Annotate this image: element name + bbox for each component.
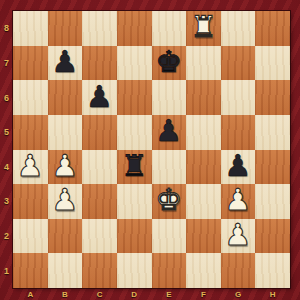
- black-pawn[interactable]: ♟: [225, 151, 252, 181]
- square-e2[interactable]: [152, 219, 187, 254]
- black-pawn[interactable]: ♟: [86, 82, 113, 112]
- rank-label-3: 3: [0, 184, 13, 219]
- square-d2[interactable]: [117, 219, 152, 254]
- square-h2[interactable]: [255, 219, 290, 254]
- square-g4[interactable]: ♟: [221, 150, 256, 185]
- rank-label-7: 7: [0, 46, 13, 81]
- square-e3[interactable]: ♚: [152, 184, 187, 219]
- white-pawn[interactable]: ♟: [51, 185, 78, 215]
- rank-label-2: 2: [0, 219, 13, 254]
- rank-label-6: 6: [0, 80, 13, 115]
- square-b4[interactable]: ♟: [48, 150, 83, 185]
- square-g7[interactable]: [221, 46, 256, 81]
- black-rook[interactable]: ♜: [121, 151, 148, 181]
- white-pawn[interactable]: ♟: [51, 151, 78, 181]
- square-b8[interactable]: [48, 11, 83, 46]
- square-d8[interactable]: [117, 11, 152, 46]
- square-d6[interactable]: [117, 80, 152, 115]
- square-c6[interactable]: ♟: [82, 80, 117, 115]
- square-h3[interactable]: [255, 184, 290, 219]
- square-d4[interactable]: ♜: [117, 150, 152, 185]
- square-a2[interactable]: [13, 219, 48, 254]
- file-label-d: D: [117, 288, 152, 300]
- square-g3[interactable]: ♟: [221, 184, 256, 219]
- square-g6[interactable]: [221, 80, 256, 115]
- square-g5[interactable]: [221, 115, 256, 150]
- white-king[interactable]: ♚: [155, 185, 182, 215]
- square-h8[interactable]: [255, 11, 290, 46]
- file-label-h: H: [255, 288, 290, 300]
- file-label-c: C: [82, 288, 117, 300]
- square-e5[interactable]: ♟: [152, 115, 187, 150]
- square-f7[interactable]: [186, 46, 221, 81]
- square-c4[interactable]: [82, 150, 117, 185]
- square-e8[interactable]: [152, 11, 187, 46]
- square-f6[interactable]: [186, 80, 221, 115]
- square-b1[interactable]: [48, 253, 83, 288]
- square-e7[interactable]: ♚: [152, 46, 187, 81]
- rank-label-4: 4: [0, 150, 13, 185]
- file-label-g: G: [221, 288, 256, 300]
- square-d7[interactable]: [117, 46, 152, 81]
- square-f5[interactable]: [186, 115, 221, 150]
- square-e4[interactable]: [152, 150, 187, 185]
- square-b3[interactable]: ♟: [48, 184, 83, 219]
- square-a7[interactable]: [13, 46, 48, 81]
- white-rook[interactable]: ♜: [190, 12, 217, 42]
- square-d5[interactable]: [117, 115, 152, 150]
- rank-label-1: 1: [0, 253, 13, 288]
- square-h1[interactable]: [255, 253, 290, 288]
- square-c8[interactable]: [82, 11, 117, 46]
- square-h4[interactable]: [255, 150, 290, 185]
- square-c1[interactable]: [82, 253, 117, 288]
- square-e1[interactable]: [152, 253, 187, 288]
- file-label-f: F: [186, 288, 221, 300]
- square-a3[interactable]: [13, 184, 48, 219]
- square-b6[interactable]: [48, 80, 83, 115]
- file-label-a: A: [13, 288, 48, 300]
- square-a8[interactable]: [13, 11, 48, 46]
- square-h6[interactable]: [255, 80, 290, 115]
- white-pawn[interactable]: ♟: [225, 220, 252, 250]
- square-f8[interactable]: ♜: [186, 11, 221, 46]
- square-b5[interactable]: [48, 115, 83, 150]
- chess-board-frame: ♜♟♚♟♟♟♟♜♟♟♚♟♟ 87654321 ABCDEFGH: [0, 0, 300, 300]
- square-c2[interactable]: [82, 219, 117, 254]
- square-f2[interactable]: [186, 219, 221, 254]
- black-pawn[interactable]: ♟: [155, 116, 182, 146]
- rank-label-5: 5: [0, 115, 13, 150]
- square-b7[interactable]: ♟: [48, 46, 83, 81]
- square-g2[interactable]: ♟: [221, 219, 256, 254]
- square-b2[interactable]: [48, 219, 83, 254]
- square-g8[interactable]: [221, 11, 256, 46]
- square-h7[interactable]: [255, 46, 290, 81]
- square-d3[interactable]: [117, 184, 152, 219]
- square-h5[interactable]: [255, 115, 290, 150]
- square-c7[interactable]: [82, 46, 117, 81]
- square-d1[interactable]: [117, 253, 152, 288]
- square-c3[interactable]: [82, 184, 117, 219]
- square-a4[interactable]: ♟: [13, 150, 48, 185]
- square-f4[interactable]: [186, 150, 221, 185]
- file-label-b: B: [48, 288, 83, 300]
- square-c5[interactable]: [82, 115, 117, 150]
- file-label-e: E: [152, 288, 187, 300]
- rank-label-8: 8: [0, 11, 13, 46]
- square-a1[interactable]: [13, 253, 48, 288]
- square-f3[interactable]: [186, 184, 221, 219]
- black-king[interactable]: ♚: [155, 47, 182, 77]
- square-g1[interactable]: [221, 253, 256, 288]
- square-a6[interactable]: [13, 80, 48, 115]
- white-pawn[interactable]: ♟: [17, 151, 44, 181]
- chess-board: ♜♟♚♟♟♟♟♜♟♟♚♟♟: [13, 11, 290, 288]
- black-pawn[interactable]: ♟: [51, 47, 78, 77]
- square-e6[interactable]: [152, 80, 187, 115]
- square-f1[interactable]: [186, 253, 221, 288]
- white-pawn[interactable]: ♟: [225, 185, 252, 215]
- square-a5[interactable]: [13, 115, 48, 150]
